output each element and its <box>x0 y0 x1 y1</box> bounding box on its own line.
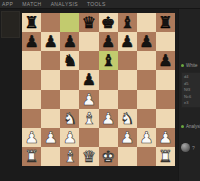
turn-indicator: Your move <box>180 133 200 139</box>
square-d4[interactable]: ♟ <box>79 90 98 109</box>
square-g1[interactable] <box>137 147 156 166</box>
captured-pieces-tray <box>1 11 20 38</box>
engine-status-row-1[interactable]: White <box>181 63 200 68</box>
square-g6[interactable] <box>137 51 156 70</box>
square-h6[interactable]: ♟ <box>156 51 175 70</box>
square-b5[interactable] <box>41 70 60 89</box>
chess-board: ♜♛♚♝♜♟♟♟♟♟♟♞♝♟♟♟♞♝♟♞♟♟♟♟♟♟♜♝♛♚♜ <box>22 13 175 166</box>
square-b2[interactable]: ♟ <box>41 128 60 147</box>
square-d8[interactable]: ♛ <box>79 13 98 32</box>
piece-black-pawn[interactable]: ♟ <box>120 32 134 51</box>
square-d1[interactable]: ♛ <box>79 147 98 166</box>
menu-item-app[interactable]: APP <box>2 1 13 7</box>
piece-black-queen[interactable]: ♛ <box>82 13 96 32</box>
piece-white-rook[interactable]: ♜ <box>24 147 38 166</box>
square-e4[interactable] <box>99 90 118 109</box>
piece-black-pawn[interactable]: ♟ <box>24 32 38 51</box>
piece-white-king[interactable]: ♚ <box>101 147 115 166</box>
square-g8[interactable] <box>137 13 156 32</box>
piece-black-pawn[interactable]: ♟ <box>82 70 96 89</box>
piece-black-pawn[interactable]: ♟ <box>63 32 77 51</box>
square-f4[interactable] <box>118 90 137 109</box>
square-f1[interactable] <box>118 147 137 166</box>
square-f5[interactable] <box>118 70 137 89</box>
square-a1[interactable]: ♜ <box>22 147 41 166</box>
menu-item-analysis[interactable]: ANALYSIS <box>51 1 78 7</box>
piece-white-pawn[interactable]: ♟ <box>44 128 58 147</box>
square-c5[interactable] <box>60 70 79 89</box>
piece-black-pawn[interactable]: ♟ <box>139 32 153 51</box>
side-panel: White d4d5Nf3Nc6e3 Analysis Your move ? <box>178 9 200 181</box>
square-b6[interactable] <box>41 51 60 70</box>
piece-white-pawn[interactable]: ♟ <box>63 128 77 147</box>
square-c7[interactable]: ♟ <box>60 32 79 51</box>
engine-status-label-1: White <box>186 63 198 68</box>
square-a5[interactable] <box>22 70 41 89</box>
square-a6[interactable] <box>22 51 41 70</box>
piece-white-pawn[interactable]: ♟ <box>120 128 134 147</box>
status-dot-icon <box>181 125 184 128</box>
square-c2[interactable]: ♟ <box>60 128 79 147</box>
piece-white-pawn[interactable]: ♟ <box>139 128 153 147</box>
square-e5[interactable] <box>99 70 118 89</box>
square-d3[interactable]: ♝ <box>79 109 98 128</box>
square-g4[interactable] <box>137 90 156 109</box>
square-h5[interactable] <box>156 70 175 89</box>
square-b1[interactable] <box>41 147 60 166</box>
piece-white-bishop[interactable]: ♝ <box>82 109 96 128</box>
engine-status-label-2: Analysis <box>186 124 200 129</box>
square-h2[interactable]: ♟ <box>156 128 175 147</box>
player-row[interactable]: ? <box>181 142 200 153</box>
square-f2[interactable]: ♟ <box>118 128 137 147</box>
square-f6[interactable] <box>118 51 137 70</box>
square-f7[interactable]: ♟ <box>118 32 137 51</box>
square-e2[interactable] <box>99 128 118 147</box>
piece-white-knight[interactable]: ♞ <box>63 109 77 128</box>
help-label: ? <box>192 145 195 151</box>
avatar[interactable] <box>181 143 190 152</box>
piece-black-bishop[interactable]: ♝ <box>120 13 134 32</box>
square-b3[interactable] <box>41 109 60 128</box>
square-e1[interactable]: ♚ <box>99 147 118 166</box>
move-list-item[interactable]: e3 <box>184 100 200 107</box>
square-a4[interactable] <box>22 90 41 109</box>
piece-black-pawn[interactable]: ♟ <box>44 32 58 51</box>
square-g5[interactable] <box>137 70 156 89</box>
square-a2[interactable]: ♟ <box>22 128 41 147</box>
menu-bar: APP MATCH ANALYSIS TOOLS <box>0 0 200 9</box>
square-h4[interactable] <box>156 90 175 109</box>
piece-white-pawn[interactable]: ♟ <box>82 90 96 109</box>
square-a7[interactable]: ♟ <box>22 32 41 51</box>
square-d2[interactable] <box>79 128 98 147</box>
piece-black-king[interactable]: ♚ <box>101 13 115 32</box>
square-e3[interactable]: ♟ <box>99 109 118 128</box>
piece-white-knight[interactable]: ♞ <box>120 109 134 128</box>
move-list[interactable]: d4d5Nf3Nc6e3 <box>181 72 200 108</box>
chess-app-window: APP MATCH ANALYSIS TOOLS ♜♛♚♝♜♟♟♟♟♟♟♞♝♟♟… <box>0 0 200 181</box>
square-h7[interactable] <box>156 32 175 51</box>
square-g3[interactable] <box>137 109 156 128</box>
square-g7[interactable]: ♟ <box>137 32 156 51</box>
square-d7[interactable] <box>79 32 98 51</box>
square-a3[interactable] <box>22 109 41 128</box>
piece-white-queen[interactable]: ♛ <box>82 147 96 166</box>
square-b4[interactable] <box>41 90 60 109</box>
square-e6[interactable]: ♝ <box>99 51 118 70</box>
square-d5[interactable]: ♟ <box>79 70 98 89</box>
piece-white-pawn[interactable]: ♟ <box>101 109 115 128</box>
piece-white-rook[interactable]: ♜ <box>158 147 172 166</box>
square-c4[interactable] <box>60 90 79 109</box>
square-a8[interactable]: ♜ <box>22 13 41 32</box>
square-b8[interactable] <box>41 13 60 32</box>
piece-white-bishop[interactable]: ♝ <box>63 147 77 166</box>
square-f8[interactable]: ♝ <box>118 13 137 32</box>
piece-white-pawn[interactable]: ♟ <box>158 128 172 147</box>
square-c1[interactable]: ♝ <box>60 147 79 166</box>
square-h8[interactable]: ♜ <box>156 13 175 32</box>
square-h3[interactable] <box>156 109 175 128</box>
square-e7[interactable]: ♟ <box>99 32 118 51</box>
status-dot-icon <box>181 64 184 67</box>
square-g2[interactable]: ♟ <box>137 128 156 147</box>
square-h1[interactable]: ♜ <box>156 147 175 166</box>
square-c8[interactable] <box>60 13 79 32</box>
piece-black-knight[interactable]: ♞ <box>63 51 77 70</box>
engine-status-row-2[interactable]: Analysis <box>181 124 200 129</box>
piece-black-pawn[interactable]: ♟ <box>101 32 115 51</box>
piece-black-bishop[interactable]: ♝ <box>101 51 115 70</box>
square-b7[interactable]: ♟ <box>41 32 60 51</box>
menu-item-match[interactable]: MATCH <box>22 1 41 7</box>
square-c3[interactable]: ♞ <box>60 109 79 128</box>
piece-white-pawn[interactable]: ♟ <box>24 128 38 147</box>
menu-item-tools[interactable]: TOOLS <box>87 1 106 7</box>
square-d6[interactable] <box>79 51 98 70</box>
square-c6[interactable]: ♞ <box>60 51 79 70</box>
square-e8[interactable]: ♚ <box>99 13 118 32</box>
piece-black-rook[interactable]: ♜ <box>24 13 38 32</box>
piece-black-pawn[interactable]: ♟ <box>158 51 172 70</box>
piece-black-rook[interactable]: ♜ <box>158 13 172 32</box>
square-f3[interactable]: ♞ <box>118 109 137 128</box>
